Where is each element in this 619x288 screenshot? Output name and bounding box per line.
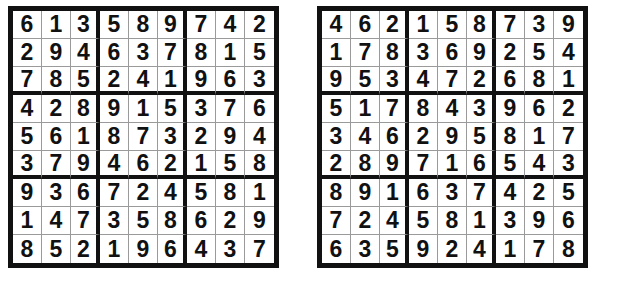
cell-r1-c1: 4 [322, 11, 351, 39]
cell-r7-c1: 8 [322, 179, 351, 207]
cell-r1-c3: 3 [71, 11, 100, 39]
cell-r7-c7: 5 [187, 179, 216, 207]
cell-r3-c9: 1 [554, 67, 583, 95]
cell-r5-c7: 8 [496, 123, 525, 151]
cell-r9-c4: 9 [409, 235, 438, 263]
cell-r3-c5: 4 [129, 67, 158, 95]
cell-r1-c6: 8 [467, 11, 496, 39]
cell-r4-c6: 3 [467, 95, 496, 123]
sudoku-page: 6135897422946378157852419634289153765618… [0, 0, 619, 268]
cell-r9-c3: 5 [380, 235, 409, 263]
cell-r5-c8: 9 [216, 123, 245, 151]
cell-r6-c3: 9 [380, 151, 409, 179]
cell-r1-c9: 2 [245, 11, 274, 39]
cell-r7-c3: 1 [380, 179, 409, 207]
cell-r1-c2: 1 [42, 11, 71, 39]
cell-r5-c5: 9 [438, 123, 467, 151]
cell-r8-c2: 2 [351, 207, 380, 235]
cell-r1-c7: 7 [187, 11, 216, 39]
cell-r6-c4: 4 [100, 151, 129, 179]
cell-r9-c2: 3 [351, 235, 380, 263]
cell-r2-c3: 4 [71, 39, 100, 67]
cell-r4-c5: 1 [129, 95, 158, 123]
cell-r5-c5: 7 [129, 123, 158, 151]
cell-r7-c3: 6 [71, 179, 100, 207]
cell-r8-c8: 9 [525, 207, 554, 235]
cell-r7-c9: 5 [554, 179, 583, 207]
cell-r5-c6: 5 [467, 123, 496, 151]
cell-r4-c2: 2 [42, 95, 71, 123]
cell-r2-c4: 6 [100, 39, 129, 67]
cell-r6-c3: 9 [71, 151, 100, 179]
cell-r8-c7: 3 [496, 207, 525, 235]
cell-r4-c7: 9 [496, 95, 525, 123]
cell-r2-c6: 9 [467, 39, 496, 67]
cell-r5-c2: 6 [42, 123, 71, 151]
cell-r4-c4: 8 [409, 95, 438, 123]
cell-r3-c8: 6 [216, 67, 245, 95]
cell-r7-c8: 8 [216, 179, 245, 207]
cell-r1-c8: 4 [216, 11, 245, 39]
cell-r9-c1: 8 [13, 235, 42, 263]
cell-r3-c7: 6 [496, 67, 525, 95]
cell-r7-c6: 7 [467, 179, 496, 207]
cell-r9-c3: 2 [71, 235, 100, 263]
cell-r9-c7: 1 [496, 235, 525, 263]
cell-r8-c3: 7 [71, 207, 100, 235]
cell-r4-c7: 3 [187, 95, 216, 123]
cell-r8-c1: 1 [13, 207, 42, 235]
cell-r9-c8: 3 [216, 235, 245, 263]
cell-r3-c7: 9 [187, 67, 216, 95]
cell-r2-c5: 3 [129, 39, 158, 67]
cell-r1-c6: 9 [158, 11, 187, 39]
cell-r9-c5: 9 [129, 235, 158, 263]
cell-r9-c4: 1 [100, 235, 129, 263]
cell-r1-c4: 1 [409, 11, 438, 39]
cell-r1-c1: 6 [13, 11, 42, 39]
cell-r3-c8: 8 [525, 67, 554, 95]
cell-r8-c3: 4 [380, 207, 409, 235]
cell-r3-c2: 5 [351, 67, 380, 95]
cell-r3-c1: 7 [13, 67, 42, 95]
cell-r9-c1: 6 [322, 235, 351, 263]
cell-r4-c1: 5 [322, 95, 351, 123]
cell-r4-c8: 7 [216, 95, 245, 123]
cell-r7-c5: 2 [129, 179, 158, 207]
cell-r2-c1: 1 [322, 39, 351, 67]
cell-r9-c6: 4 [467, 235, 496, 263]
cell-r2-c8: 5 [525, 39, 554, 67]
cell-r5-c3: 6 [380, 123, 409, 151]
cell-r7-c4: 6 [409, 179, 438, 207]
cell-r5-c3: 1 [71, 123, 100, 151]
cell-r2-c3: 8 [380, 39, 409, 67]
cell-r9-c7: 4 [187, 235, 216, 263]
cell-r9-c9: 8 [554, 235, 583, 263]
cell-r3-c3: 5 [71, 67, 100, 95]
cell-r3-c1: 9 [322, 67, 351, 95]
cell-r1-c4: 5 [100, 11, 129, 39]
cell-r4-c5: 4 [438, 95, 467, 123]
cell-r8-c6: 8 [158, 207, 187, 235]
cell-r2-c8: 1 [216, 39, 245, 67]
cell-r1-c9: 9 [554, 11, 583, 39]
cell-r8-c4: 3 [100, 207, 129, 235]
cell-r4-c6: 5 [158, 95, 187, 123]
cell-r6-c7: 5 [496, 151, 525, 179]
sudoku-board-right: 4621587391783692549534726815178439623462… [317, 6, 588, 268]
cell-r4-c3: 7 [380, 95, 409, 123]
cell-r6-c9: 3 [554, 151, 583, 179]
cell-r7-c2: 9 [351, 179, 380, 207]
cell-r7-c7: 4 [496, 179, 525, 207]
cell-r3-c2: 8 [42, 67, 71, 95]
cell-r4-c2: 1 [351, 95, 380, 123]
cell-r5-c7: 2 [187, 123, 216, 151]
cell-r5-c6: 3 [158, 123, 187, 151]
cell-r2-c5: 6 [438, 39, 467, 67]
cell-r8-c5: 5 [129, 207, 158, 235]
cell-r5-c1: 3 [322, 123, 351, 151]
cell-r2-c2: 7 [351, 39, 380, 67]
cell-r8-c2: 4 [42, 207, 71, 235]
cell-r7-c6: 4 [158, 179, 187, 207]
cell-r5-c2: 4 [351, 123, 380, 151]
cell-r8-c8: 2 [216, 207, 245, 235]
cell-r6-c2: 7 [42, 151, 71, 179]
cell-r8-c9: 9 [245, 207, 274, 235]
cell-r6-c1: 3 [13, 151, 42, 179]
cell-r2-c7: 2 [496, 39, 525, 67]
cell-r6-c1: 2 [322, 151, 351, 179]
cell-r7-c4: 7 [100, 179, 129, 207]
cell-r6-c6: 6 [467, 151, 496, 179]
cell-r6-c6: 2 [158, 151, 187, 179]
cell-r2-c9: 4 [554, 39, 583, 67]
cell-r5-c4: 2 [409, 123, 438, 151]
cell-r1-c2: 6 [351, 11, 380, 39]
cell-r6-c7: 1 [187, 151, 216, 179]
cell-r3-c3: 3 [380, 67, 409, 95]
cell-r8-c1: 7 [322, 207, 351, 235]
cell-r8-c5: 8 [438, 207, 467, 235]
cell-r5-c4: 8 [100, 123, 129, 151]
cell-r5-c9: 4 [245, 123, 274, 151]
cell-r2-c7: 8 [187, 39, 216, 67]
cell-r2-c6: 7 [158, 39, 187, 67]
cell-r6-c5: 1 [438, 151, 467, 179]
cell-r3-c6: 1 [158, 67, 187, 95]
cell-r9-c9: 7 [245, 235, 274, 263]
cell-r8-c4: 5 [409, 207, 438, 235]
cell-r5-c8: 1 [525, 123, 554, 151]
cell-r1-c5: 5 [438, 11, 467, 39]
cell-r1-c8: 3 [525, 11, 554, 39]
cell-r3-c6: 2 [467, 67, 496, 95]
cell-r4-c9: 6 [245, 95, 274, 123]
sudoku-board-left: 6135897422946378157852419634289153765618… [8, 6, 279, 268]
cell-r9-c5: 2 [438, 235, 467, 263]
cell-r3-c9: 3 [245, 67, 274, 95]
cell-r4-c1: 4 [13, 95, 42, 123]
cell-r6-c2: 8 [351, 151, 380, 179]
cell-r8-c9: 6 [554, 207, 583, 235]
cell-r8-c7: 6 [187, 207, 216, 235]
cell-r6-c4: 7 [409, 151, 438, 179]
cell-r7-c8: 2 [525, 179, 554, 207]
cell-r2-c2: 9 [42, 39, 71, 67]
cell-r5-c9: 7 [554, 123, 583, 151]
cell-r7-c2: 3 [42, 179, 71, 207]
cell-r5-c1: 5 [13, 123, 42, 151]
cell-r2-c1: 2 [13, 39, 42, 67]
cell-r3-c4: 4 [409, 67, 438, 95]
cell-r9-c8: 7 [525, 235, 554, 263]
cell-r1-c3: 2 [380, 11, 409, 39]
cell-r6-c8: 5 [216, 151, 245, 179]
cell-r3-c4: 2 [100, 67, 129, 95]
cell-r1-c7: 7 [496, 11, 525, 39]
cell-r8-c6: 1 [467, 207, 496, 235]
cell-r9-c6: 6 [158, 235, 187, 263]
cell-r9-c2: 5 [42, 235, 71, 263]
cell-r6-c8: 4 [525, 151, 554, 179]
cell-r1-c5: 8 [129, 11, 158, 39]
cell-r7-c9: 1 [245, 179, 274, 207]
cell-r4-c8: 6 [525, 95, 554, 123]
cell-r4-c4: 9 [100, 95, 129, 123]
cell-r7-c5: 3 [438, 179, 467, 207]
cell-r7-c1: 9 [13, 179, 42, 207]
cell-r2-c4: 3 [409, 39, 438, 67]
cell-r2-c9: 5 [245, 39, 274, 67]
cell-r6-c9: 8 [245, 151, 274, 179]
cell-r4-c9: 2 [554, 95, 583, 123]
cell-r3-c5: 7 [438, 67, 467, 95]
cell-r4-c3: 8 [71, 95, 100, 123]
cell-r6-c5: 6 [129, 151, 158, 179]
